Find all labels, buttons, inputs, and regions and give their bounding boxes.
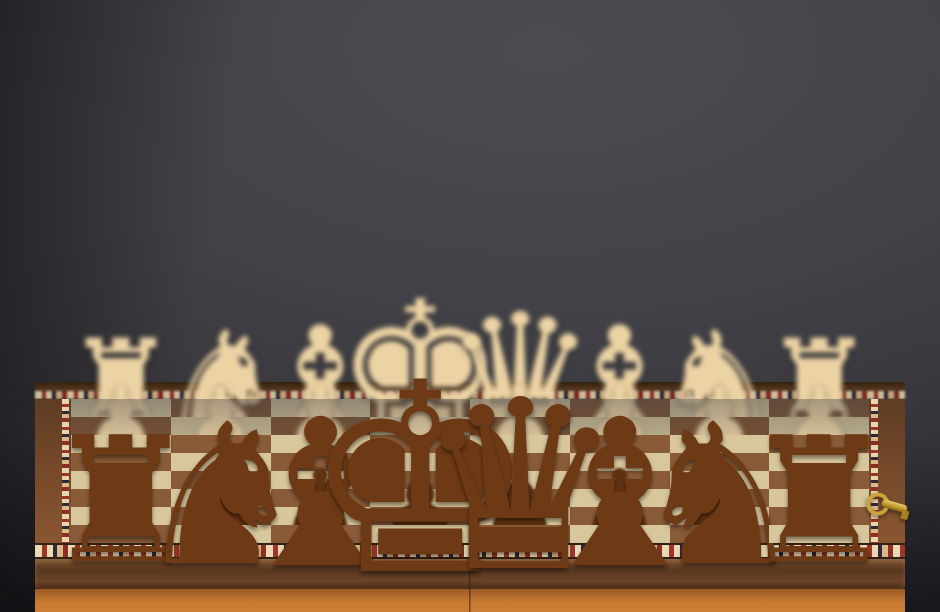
key-bit: [900, 510, 909, 521]
folding-chess-board: ♜♞♝♚♛♝♞♜♟♟♟♟♟♟♟♟♟♟♟♟♟♟♟♟♜♞♝♚♛♝♞♜: [35, 382, 905, 612]
chess-set-photo: ♜♞♝♚♛♝♞♜♟♟♟♟♟♟♟♟♟♟♟♟♟♟♟♟♜♞♝♚♛♝♞♜: [0, 0, 940, 612]
chess-board-grid: ♜♞♝♚♛♝♞♜♟♟♟♟♟♟♟♟♟♟♟♟♟♟♟♟♜♞♝♚♛♝♞♜: [71, 399, 869, 543]
board-frame: ♜♞♝♚♛♝♞♜♟♟♟♟♟♟♟♟♟♟♟♟♟♟♟♟♜♞♝♚♛♝♞♜: [35, 399, 905, 543]
square[interactable]: ♜: [769, 525, 869, 543]
